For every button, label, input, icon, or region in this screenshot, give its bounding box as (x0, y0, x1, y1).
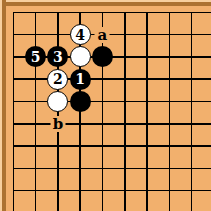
grid-line-vertical (35, 157, 37, 179)
grid-line-vertical (35, 23, 37, 45)
grid-line-vertical (102, 157, 104, 179)
grid-line-vertical (79, 113, 81, 135)
grid-line-vertical (146, 135, 148, 157)
intersection (158, 46, 180, 68)
intersection (91, 68, 113, 90)
intersection (114, 157, 136, 179)
intersection (91, 90, 113, 112)
grid-line-horizontal (13, 12, 24, 14)
grid-line-vertical (13, 90, 15, 112)
intersection: 3 (47, 46, 69, 68)
intersection (158, 68, 180, 90)
intersection (24, 90, 46, 112)
grid-line-vertical (35, 202, 37, 211)
grid-line-vertical (124, 202, 126, 211)
grid-line-vertical (191, 113, 193, 135)
grid-line-vertical (79, 202, 81, 211)
grid-line-vertical (146, 12, 148, 23)
intersection (203, 135, 211, 157)
grid-line-vertical (57, 12, 59, 23)
intersection (181, 157, 203, 179)
intersection (136, 157, 158, 179)
black-stone-move-3: 3 (47, 46, 68, 67)
grid-line-vertical (13, 23, 15, 45)
grid-line-vertical (146, 180, 148, 202)
intersection (114, 90, 136, 112)
grid-line-vertical (146, 202, 148, 211)
grid-line-vertical (124, 12, 126, 23)
grid-line-vertical (124, 157, 126, 179)
grid-line-horizontal (203, 78, 211, 80)
grid-line-vertical (191, 46, 193, 68)
grid-line-vertical (13, 135, 15, 157)
grid-line-vertical (169, 23, 171, 45)
intersection (181, 46, 203, 68)
intersection (69, 90, 91, 112)
intersection (114, 46, 136, 68)
grid-line-vertical (57, 202, 59, 211)
intersection (181, 23, 203, 45)
grid-line-vertical (102, 180, 104, 202)
intersection (47, 157, 69, 179)
grid-line-vertical (13, 46, 15, 68)
grid-line-vertical (146, 46, 148, 68)
grid-line-vertical (146, 90, 148, 112)
intersection: b (47, 113, 69, 135)
grid-line-vertical (35, 90, 37, 112)
grid-line-vertical (57, 135, 59, 157)
intersection (24, 23, 46, 45)
grid-line-vertical (169, 12, 171, 23)
grid-line-horizontal (203, 190, 211, 192)
intersection (114, 23, 136, 45)
intersection (24, 113, 46, 135)
grid-line-vertical (13, 157, 15, 179)
intersection (47, 180, 69, 202)
grid-line-vertical (124, 113, 126, 135)
grid-line-vertical (124, 135, 126, 157)
intersection (24, 157, 46, 179)
intersection: 1 (69, 68, 91, 90)
intersection (69, 202, 91, 211)
grid-line-vertical (191, 135, 193, 157)
intersection (69, 135, 91, 157)
intersection (69, 180, 91, 202)
intersection (47, 23, 69, 45)
grid-line-horizontal (203, 34, 211, 36)
go-board: 4a5321b (2, 1, 211, 211)
grid-line-vertical (79, 157, 81, 179)
grid-line-horizontal (13, 168, 24, 170)
grid-line-vertical (191, 157, 193, 179)
grid-line-vertical (124, 180, 126, 202)
grid-line-vertical (191, 90, 193, 112)
intersection (181, 90, 203, 112)
intersection (114, 202, 136, 211)
intersection (203, 46, 211, 68)
grid-line-vertical (57, 23, 59, 45)
intersection (158, 202, 180, 211)
intersection (203, 157, 211, 179)
intersection: 4 (69, 23, 91, 45)
intersection (47, 90, 69, 112)
grid-line-vertical (13, 68, 15, 90)
grid-line-vertical (191, 180, 193, 202)
black-stone-move-1: 1 (70, 69, 91, 90)
grid-line-vertical (146, 68, 148, 90)
grid-line-vertical (13, 180, 15, 202)
grid-line-vertical (35, 135, 37, 157)
intersection (181, 180, 203, 202)
grid-line-vertical (169, 135, 171, 157)
grid-line-horizontal (203, 145, 211, 147)
intersection (24, 135, 46, 157)
grid-line-vertical (79, 135, 81, 157)
intersection (24, 68, 46, 90)
intersection (136, 90, 158, 112)
grid-line-horizontal (13, 101, 24, 103)
grid-line-horizontal (13, 78, 24, 80)
intersection (181, 68, 203, 90)
grid-line-horizontal (203, 123, 211, 125)
white-stone-move-4: 4 (70, 24, 91, 45)
grid-line-horizontal (13, 190, 24, 192)
intersection (203, 23, 211, 45)
intersection: a (91, 23, 113, 45)
intersection (114, 68, 136, 90)
intersection (158, 90, 180, 112)
intersection (158, 23, 180, 45)
intersection (203, 68, 211, 90)
black-stone-move-5: 5 (25, 46, 46, 67)
grid-line-vertical (169, 202, 171, 211)
intersection (136, 23, 158, 45)
grid-line-vertical (102, 113, 104, 135)
grid-line-vertical (191, 68, 193, 90)
intersection (203, 113, 211, 135)
intersection (114, 113, 136, 135)
grid-line-horizontal (203, 12, 211, 14)
black-stone (70, 91, 91, 112)
frame-border-top (0, 2, 211, 6)
grid-line-vertical (102, 12, 104, 23)
grid-line-vertical (169, 157, 171, 179)
grid-line-vertical (102, 68, 104, 90)
grid-line-vertical (57, 180, 59, 202)
grid-line-vertical (124, 68, 126, 90)
grid-line-vertical (124, 46, 126, 68)
grid-line-vertical (102, 135, 104, 157)
intersection (136, 46, 158, 68)
white-stone-move-2: 2 (47, 69, 68, 90)
intersection (181, 113, 203, 135)
intersection (91, 46, 113, 68)
intersection: 5 (24, 46, 46, 68)
intersection (158, 157, 180, 179)
grid-line-vertical (102, 90, 104, 112)
grid-line-vertical (146, 157, 148, 179)
grid-line-vertical (79, 12, 81, 23)
grid-line-vertical (13, 12, 15, 23)
grid-line-horizontal (203, 168, 211, 170)
intersection (69, 113, 91, 135)
intersection (24, 180, 46, 202)
intersection (91, 113, 113, 135)
intersection (203, 180, 211, 202)
intersection (181, 202, 203, 211)
intersection (136, 135, 158, 157)
intersection (91, 135, 113, 157)
grid-line-vertical (13, 202, 15, 211)
intersection (158, 113, 180, 135)
frame-border-left (2, 0, 6, 211)
grid-line-horizontal (13, 123, 24, 125)
white-stone (70, 46, 91, 67)
intersection (114, 135, 136, 157)
grid-line-vertical (169, 90, 171, 112)
grid-line-vertical (191, 12, 193, 23)
grid-line-vertical (169, 46, 171, 68)
grid-line-vertical (124, 90, 126, 112)
grid-line-horizontal (13, 145, 24, 147)
intersection (24, 202, 46, 211)
grid-line-vertical (191, 23, 193, 45)
intersection (136, 68, 158, 90)
grid-line-vertical (191, 202, 193, 211)
intersection (91, 157, 113, 179)
intersection (136, 180, 158, 202)
intersection (158, 180, 180, 202)
intersection (203, 202, 211, 211)
intersection (158, 135, 180, 157)
point-label-a: a (95, 27, 110, 43)
point-label-b: b (50, 116, 65, 132)
grid-line-vertical (124, 23, 126, 45)
white-stone (47, 91, 68, 112)
grid-line-vertical (57, 157, 59, 179)
intersection (91, 202, 113, 211)
intersection (181, 135, 203, 157)
intersection: 2 (47, 68, 69, 90)
grid-line-vertical (79, 180, 81, 202)
grid-line-vertical (35, 180, 37, 202)
grid-line-vertical (13, 113, 15, 135)
grid-line-vertical (169, 113, 171, 135)
grid-line-vertical (169, 180, 171, 202)
black-stone (92, 46, 113, 67)
intersection (91, 180, 113, 202)
grid-line-horizontal (203, 101, 211, 103)
grid-line-horizontal (13, 56, 24, 58)
intersection (47, 135, 69, 157)
grid-line-vertical (35, 113, 37, 135)
grid-line-vertical (146, 113, 148, 135)
go-diagram: 4a5321b (0, 0, 211, 211)
intersection (69, 46, 91, 68)
grid-line-vertical (102, 202, 104, 211)
intersection (69, 157, 91, 179)
intersection (136, 202, 158, 211)
grid-line-vertical (35, 12, 37, 23)
intersection (47, 202, 69, 211)
intersection (114, 180, 136, 202)
intersection (203, 90, 211, 112)
grid-line-horizontal (203, 56, 211, 58)
grid-line-vertical (146, 23, 148, 45)
grid-line-vertical (169, 68, 171, 90)
intersection (136, 113, 158, 135)
grid-line-horizontal (13, 34, 24, 36)
grid-line-vertical (35, 68, 37, 90)
